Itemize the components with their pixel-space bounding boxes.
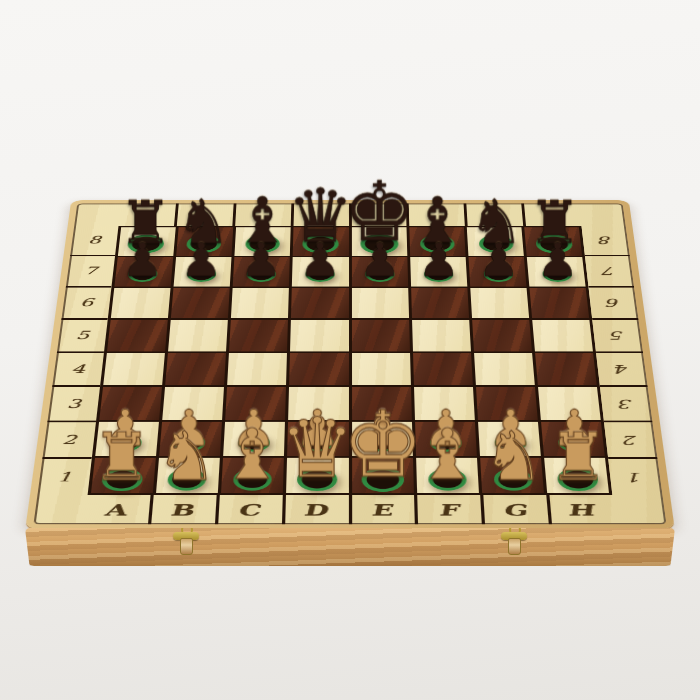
clasp-tongue-icon: [180, 538, 193, 555]
square-g7[interactable]: [468, 257, 526, 286]
rook-glyph: ♜: [549, 424, 608, 490]
rank-label-left-8: 8: [87, 234, 101, 246]
square-c5[interactable]: [229, 320, 288, 351]
rail-cell: 5: [57, 318, 108, 351]
square-a5[interactable]: [107, 320, 168, 351]
rail-cell: 7: [66, 255, 115, 286]
rail-cell: [349, 203, 407, 225]
rail-cell: [232, 203, 291, 225]
rail-cell: [118, 203, 175, 225]
rail-cell: 8: [70, 226, 118, 255]
photo-stage: ABCDEFGH 87654321 87654321 ♜♞♝♛♚♝♞♜♟♟♟♟♟…: [0, 0, 700, 700]
square-g8[interactable]: [467, 227, 524, 255]
rank-label-right-7: 7: [602, 265, 616, 277]
square-d6[interactable]: [291, 288, 348, 318]
square-d5[interactable]: [290, 320, 348, 351]
board-front-edge: [25, 528, 675, 566]
rail-cell: [406, 203, 465, 225]
square-f8[interactable]: [409, 227, 465, 255]
square-b6[interactable]: [171, 288, 230, 318]
square-c8[interactable]: [235, 227, 291, 255]
square-f5[interactable]: [412, 320, 471, 351]
chess-board: ABCDEFGH 87654321 87654321 ♜♞♝♛♚♝♞♜♟♟♟♟♟…: [25, 200, 675, 529]
rank-label-left-7: 7: [83, 265, 97, 277]
rail-cell: [521, 203, 581, 225]
square-f6[interactable]: [411, 288, 469, 318]
square-b5[interactable]: [168, 320, 228, 351]
square-c6[interactable]: [231, 288, 289, 318]
square-h7[interactable]: [527, 257, 586, 286]
square-h6[interactable]: [529, 288, 589, 318]
rail-cell: [174, 203, 234, 225]
rook-glyph: ♜: [92, 424, 151, 490]
rail-cell: [290, 203, 348, 225]
square-e6[interactable]: [351, 288, 408, 318]
brass-clasp-right: [499, 530, 529, 556]
rank-label-left-6: 6: [79, 296, 94, 308]
rail-cell: [464, 203, 524, 225]
rank-label-right-8: 8: [598, 234, 612, 246]
brass-clasp-left: [171, 530, 201, 556]
square-a7[interactable]: [114, 257, 173, 286]
rail-cell: 5: [592, 318, 643, 351]
square-e8[interactable]: [351, 227, 407, 255]
square-f7[interactable]: [410, 257, 467, 286]
square-e7[interactable]: [351, 257, 407, 286]
square-c7[interactable]: [233, 257, 290, 286]
square-h8[interactable]: [524, 227, 582, 255]
knight-glyph: ♞: [156, 422, 217, 490]
rail-top: [118, 203, 581, 225]
square-a8[interactable]: [118, 227, 176, 255]
bishop-glyph: ♝: [221, 420, 284, 490]
rail-cell: 7: [585, 255, 634, 286]
square-a6[interactable]: [111, 288, 171, 318]
square-b8[interactable]: [176, 227, 233, 255]
clasp-tongue-icon: [508, 538, 521, 555]
square-b7[interactable]: [174, 257, 232, 286]
rank-label-left-5: 5: [75, 329, 90, 342]
rank-label-right-5: 5: [610, 329, 625, 342]
rail-cell: 6: [62, 286, 112, 318]
square-d7[interactable]: [292, 257, 348, 286]
square-g6[interactable]: [470, 288, 529, 318]
king-glyph: ♚: [342, 399, 424, 490]
square-d8[interactable]: [293, 227, 349, 255]
square-g5[interactable]: [472, 320, 532, 351]
square-e5[interactable]: [351, 320, 409, 351]
square-h5[interactable]: [532, 320, 593, 351]
rank-label-right-6: 6: [606, 296, 621, 308]
rail-cell: 6: [588, 286, 638, 318]
rail-cell: 8: [582, 226, 630, 255]
bishop-glyph: ♝: [417, 420, 480, 490]
knight-glyph: ♞: [483, 422, 544, 490]
